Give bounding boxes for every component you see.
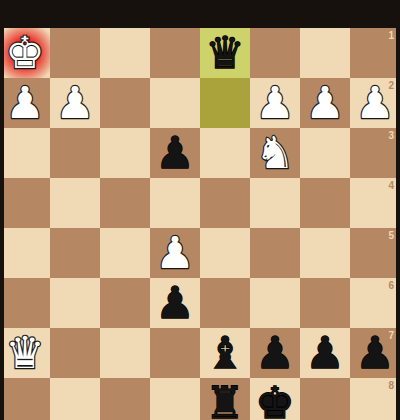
right-edge-bar [396, 28, 400, 420]
square-f4[interactable] [100, 178, 150, 228]
piece-white-king-h1[interactable]: ♚ [5, 28, 44, 78]
square-g5[interactable] [50, 228, 100, 278]
square-h2[interactable]: ♟ [0, 78, 50, 128]
square-g7[interactable] [50, 328, 100, 378]
square-e5[interactable]: ♟ [150, 228, 200, 278]
rank-label-5: 5 [388, 230, 394, 241]
piece-black-pawn-b7[interactable]: ♟ [305, 328, 344, 378]
square-e7[interactable] [150, 328, 200, 378]
piece-black-pawn-e3[interactable]: ♟ [155, 128, 194, 178]
rank-label-1: 1 [388, 30, 394, 41]
rank-label-7: 7 [388, 330, 394, 341]
piece-white-pawn-h2[interactable]: ♟ [5, 78, 44, 128]
chess-board[interactable]: ♚♛1♟♟♟♟♟2♟♞34♟5♟6♛♝♟♟♟7♜♚8 [0, 28, 400, 420]
square-h5[interactable] [0, 228, 50, 278]
square-b2[interactable]: ♟ [300, 78, 350, 128]
square-c2[interactable]: ♟ [250, 78, 300, 128]
rank-label-2: 2 [388, 80, 394, 91]
square-c8[interactable]: ♚ [250, 378, 300, 420]
square-d7[interactable]: ♝ [200, 328, 250, 378]
square-b4[interactable] [300, 178, 350, 228]
square-g4[interactable] [50, 178, 100, 228]
square-g3[interactable] [50, 128, 100, 178]
square-d3[interactable] [200, 128, 250, 178]
piece-white-knight-c3[interactable]: ♞ [255, 128, 294, 178]
piece-white-queen-h7[interactable]: ♛ [5, 328, 44, 378]
square-c1[interactable] [250, 28, 300, 78]
square-f8[interactable] [100, 378, 150, 420]
piece-black-king-c8[interactable]: ♚ [255, 378, 294, 420]
square-h6[interactable] [0, 278, 50, 328]
square-h4[interactable] [0, 178, 50, 228]
piece-black-rook-d8[interactable]: ♜ [205, 378, 244, 420]
rank-label-8: 8 [388, 380, 394, 391]
square-h3[interactable] [0, 128, 50, 178]
square-f5[interactable] [100, 228, 150, 278]
piece-black-queen-d1[interactable]: ♛ [205, 28, 244, 78]
square-f1[interactable] [100, 28, 150, 78]
square-b3[interactable] [300, 128, 350, 178]
piece-black-bishop-d7[interactable]: ♝ [205, 328, 244, 378]
square-c4[interactable] [250, 178, 300, 228]
square-e6[interactable]: ♟ [150, 278, 200, 328]
square-h7[interactable]: ♛ [0, 328, 50, 378]
square-c3[interactable]: ♞ [250, 128, 300, 178]
piece-white-pawn-e5[interactable]: ♟ [155, 228, 194, 278]
square-g8[interactable] [50, 378, 100, 420]
rank-label-4: 4 [388, 180, 394, 191]
square-e2[interactable] [150, 78, 200, 128]
square-e8[interactable] [150, 378, 200, 420]
square-d4[interactable] [200, 178, 250, 228]
top-bar [0, 0, 400, 28]
piece-white-pawn-g2[interactable]: ♟ [55, 78, 94, 128]
square-e1[interactable] [150, 28, 200, 78]
square-e3[interactable]: ♟ [150, 128, 200, 178]
piece-black-pawn-e6[interactable]: ♟ [155, 278, 194, 328]
square-f7[interactable] [100, 328, 150, 378]
left-edge-bar [0, 28, 4, 420]
square-h8[interactable] [0, 378, 50, 420]
piece-white-pawn-c2[interactable]: ♟ [255, 78, 294, 128]
square-g1[interactable] [50, 28, 100, 78]
square-g2[interactable]: ♟ [50, 78, 100, 128]
rank-label-3: 3 [388, 130, 394, 141]
square-h1[interactable]: ♚ [0, 28, 50, 78]
square-f6[interactable] [100, 278, 150, 328]
square-c6[interactable] [250, 278, 300, 328]
square-b5[interactable] [300, 228, 350, 278]
square-d5[interactable] [200, 228, 250, 278]
square-g6[interactable] [50, 278, 100, 328]
square-c7[interactable]: ♟ [250, 328, 300, 378]
square-f3[interactable] [100, 128, 150, 178]
piece-white-pawn-b2[interactable]: ♟ [305, 78, 344, 128]
square-b8[interactable] [300, 378, 350, 420]
square-d8[interactable]: ♜ [200, 378, 250, 420]
square-b6[interactable] [300, 278, 350, 328]
square-b7[interactable]: ♟ [300, 328, 350, 378]
piece-black-pawn-c7[interactable]: ♟ [255, 328, 294, 378]
square-c5[interactable] [250, 228, 300, 278]
square-f2[interactable] [100, 78, 150, 128]
square-b1[interactable] [300, 28, 350, 78]
square-d6[interactable] [200, 278, 250, 328]
square-e4[interactable] [150, 178, 200, 228]
square-d2[interactable] [200, 78, 250, 128]
rank-label-6: 6 [388, 280, 394, 291]
square-d1[interactable]: ♛ [200, 28, 250, 78]
